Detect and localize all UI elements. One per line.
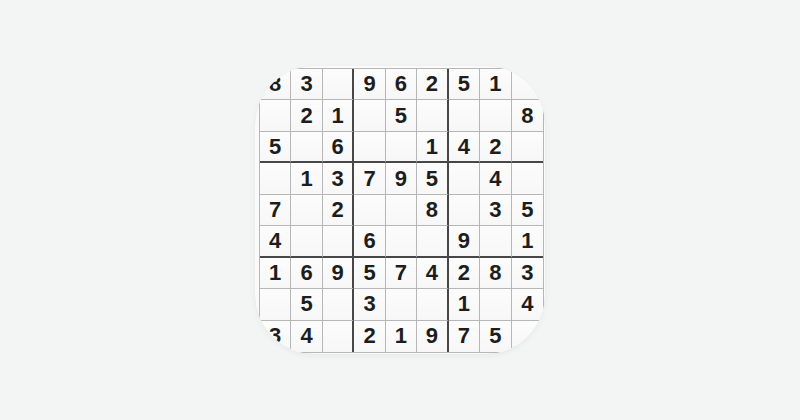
cell-r8c7[interactable]: 1 xyxy=(449,289,480,320)
cell-r5c2[interactable] xyxy=(291,195,322,226)
cell-r4c2[interactable]: 1 xyxy=(291,163,322,194)
cell-r1c2[interactable]: 3 xyxy=(291,69,322,100)
cell-r4c9[interactable] xyxy=(512,163,543,194)
cell-r7c6[interactable]: 4 xyxy=(417,258,448,289)
cell-r3c3[interactable]: 6 xyxy=(323,132,354,163)
cell-r5c3[interactable]: 2 xyxy=(323,195,354,226)
cell-r6c8[interactable] xyxy=(480,226,511,257)
cell-r4c6[interactable]: 5 xyxy=(417,163,448,194)
cell-r6c9[interactable]: 1 xyxy=(512,226,543,257)
cell-r8c1[interactable] xyxy=(260,289,291,320)
cell-r6c3[interactable] xyxy=(323,226,354,257)
cell-r2c3[interactable]: 1 xyxy=(323,100,354,131)
cell-r6c4[interactable]: 6 xyxy=(354,226,385,257)
cell-r5c9[interactable]: 5 xyxy=(512,195,543,226)
cell-r7c1[interactable]: 1 xyxy=(260,258,291,289)
cell-r9c5[interactable]: 1 xyxy=(386,321,417,352)
cell-r3c7[interactable]: 4 xyxy=(449,132,480,163)
sudoku-board: 8396251215856142137954728354691169574283… xyxy=(259,68,544,353)
cell-r1c1[interactable]: 8 xyxy=(260,69,291,100)
cell-r4c1[interactable] xyxy=(260,163,291,194)
cell-r8c3[interactable] xyxy=(323,289,354,320)
cell-r7c3[interactable]: 9 xyxy=(323,258,354,289)
cell-r8c5[interactable] xyxy=(386,289,417,320)
cell-r4c7[interactable] xyxy=(449,163,480,194)
cell-r6c5[interactable] xyxy=(386,226,417,257)
page-background: 8396251215856142137954728354691169574283… xyxy=(0,0,800,420)
cell-r5c4[interactable] xyxy=(354,195,385,226)
cell-r2c1[interactable] xyxy=(260,100,291,131)
cell-r9c9[interactable] xyxy=(512,321,543,352)
cell-r1c8[interactable]: 1 xyxy=(480,69,511,100)
cell-r3c4[interactable] xyxy=(354,132,385,163)
cell-r1c4[interactable]: 9 xyxy=(354,69,385,100)
cell-r9c4[interactable]: 2 xyxy=(354,321,385,352)
cell-r2c9[interactable]: 8 xyxy=(512,100,543,131)
cell-r4c8[interactable]: 4 xyxy=(480,163,511,194)
cell-r5c1[interactable]: 7 xyxy=(260,195,291,226)
cell-r1c3[interactable] xyxy=(323,69,354,100)
cell-r5c7[interactable] xyxy=(449,195,480,226)
cell-r2c7[interactable] xyxy=(449,100,480,131)
cell-r4c5[interactable]: 9 xyxy=(386,163,417,194)
cell-r7c5[interactable]: 7 xyxy=(386,258,417,289)
cell-r9c3[interactable] xyxy=(323,321,354,352)
cell-r2c6[interactable] xyxy=(417,100,448,131)
cell-r8c4[interactable]: 3 xyxy=(354,289,385,320)
cell-r8c2[interactable]: 5 xyxy=(291,289,322,320)
cell-r5c8[interactable]: 3 xyxy=(480,195,511,226)
cell-r2c4[interactable] xyxy=(354,100,385,131)
cell-r3c1[interactable]: 5 xyxy=(260,132,291,163)
cell-r3c2[interactable] xyxy=(291,132,322,163)
cell-r9c7[interactable]: 7 xyxy=(449,321,480,352)
cell-r8c6[interactable] xyxy=(417,289,448,320)
sudoku-app-icon[interactable]: 8396251215856142137954728354691169574283… xyxy=(255,66,545,354)
cell-r7c9[interactable]: 3 xyxy=(512,258,543,289)
cell-r1c7[interactable]: 5 xyxy=(449,69,480,100)
cell-r6c6[interactable] xyxy=(417,226,448,257)
cell-r9c8[interactable]: 5 xyxy=(480,321,511,352)
cell-r3c6[interactable]: 1 xyxy=(417,132,448,163)
cell-r7c2[interactable]: 6 xyxy=(291,258,322,289)
cell-r3c8[interactable]: 2 xyxy=(480,132,511,163)
cell-r6c2[interactable] xyxy=(291,226,322,257)
cell-r2c5[interactable]: 5 xyxy=(386,100,417,131)
cell-r8c8[interactable] xyxy=(480,289,511,320)
cell-r7c7[interactable]: 2 xyxy=(449,258,480,289)
cell-r9c1[interactable]: 3 xyxy=(260,321,291,352)
cell-r3c9[interactable] xyxy=(512,132,543,163)
cell-r4c3[interactable]: 3 xyxy=(323,163,354,194)
cell-r6c1[interactable]: 4 xyxy=(260,226,291,257)
cell-r7c4[interactable]: 5 xyxy=(354,258,385,289)
cell-r1c6[interactable]: 2 xyxy=(417,69,448,100)
cell-r9c6[interactable]: 9 xyxy=(417,321,448,352)
cell-r1c5[interactable]: 6 xyxy=(386,69,417,100)
cell-r8c9[interactable]: 4 xyxy=(512,289,543,320)
cell-r2c2[interactable]: 2 xyxy=(291,100,322,131)
cell-r6c7[interactable]: 9 xyxy=(449,226,480,257)
cell-r5c5[interactable] xyxy=(386,195,417,226)
cell-r9c2[interactable]: 4 xyxy=(291,321,322,352)
cell-r4c4[interactable]: 7 xyxy=(354,163,385,194)
cell-r3c5[interactable] xyxy=(386,132,417,163)
cell-r1c9[interactable] xyxy=(512,69,543,100)
cell-r7c8[interactable]: 8 xyxy=(480,258,511,289)
cell-r2c8[interactable] xyxy=(480,100,511,131)
cell-r5c6[interactable]: 8 xyxy=(417,195,448,226)
